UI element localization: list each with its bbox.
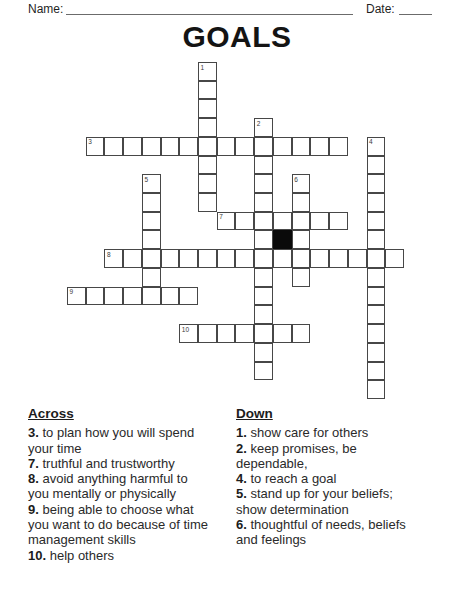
cell-r14c8[interactable] bbox=[217, 324, 236, 343]
cell-r11c16[interactable] bbox=[367, 268, 386, 287]
cell-r6c12[interactable]: 6 bbox=[292, 174, 311, 193]
cell-r13c10[interactable] bbox=[254, 305, 273, 324]
cell-r10c7[interactable] bbox=[198, 249, 217, 268]
cell-r16c16[interactable] bbox=[367, 362, 386, 381]
cell-r10c10[interactable] bbox=[254, 249, 273, 268]
cell-r8c9[interactable] bbox=[235, 212, 254, 231]
cell-r15c10[interactable] bbox=[254, 343, 273, 362]
cell-r4c11[interactable] bbox=[273, 137, 292, 156]
clue-number: 6. bbox=[236, 517, 247, 532]
down-clue-4: 4. to reach a goal bbox=[236, 471, 432, 486]
cell-r11c12[interactable] bbox=[292, 268, 311, 287]
cell-r3c7[interactable] bbox=[198, 118, 217, 137]
clue-text: to plan how you will spend your time bbox=[28, 425, 194, 455]
cell-r7c10[interactable] bbox=[254, 193, 273, 212]
cell-r9c10[interactable] bbox=[254, 230, 273, 249]
cell-r12c3[interactable] bbox=[123, 287, 142, 306]
cell-r8c8[interactable]: 7 bbox=[217, 212, 236, 231]
cell-r6c16[interactable] bbox=[367, 174, 386, 193]
cell-r12c16[interactable] bbox=[367, 287, 386, 306]
cell-number-8: 8 bbox=[107, 251, 111, 258]
cell-r10c3[interactable] bbox=[123, 249, 142, 268]
cell-r12c2[interactable] bbox=[104, 287, 123, 306]
clue-text: to reach a goal bbox=[247, 471, 337, 486]
cell-r7c12[interactable] bbox=[292, 193, 311, 212]
cell-r8c4[interactable] bbox=[142, 212, 161, 231]
cell-r10c11[interactable] bbox=[273, 249, 292, 268]
cell-r4c7[interactable] bbox=[198, 137, 217, 156]
cell-r4c8[interactable] bbox=[217, 137, 236, 156]
clue-number: 7. bbox=[28, 456, 39, 471]
across-clue-8: 8. avoid anything harmful to you mentall… bbox=[28, 471, 224, 502]
cell-r14c6[interactable]: 10 bbox=[179, 324, 198, 343]
cell-number-6: 6 bbox=[294, 176, 298, 183]
clue-number: 8. bbox=[28, 471, 39, 486]
across-clue-9: 9. being able to choose what you want to… bbox=[28, 502, 224, 548]
cell-r10c15[interactable] bbox=[348, 249, 367, 268]
cell-r11c4[interactable] bbox=[142, 268, 161, 287]
cell-r4c2[interactable] bbox=[104, 137, 123, 156]
cell-r4c13[interactable] bbox=[310, 137, 329, 156]
name-label: Name: bbox=[28, 2, 63, 16]
cell-r4c5[interactable] bbox=[161, 137, 180, 156]
cell-r10c4[interactable] bbox=[142, 249, 161, 268]
cell-r10c2[interactable]: 8 bbox=[104, 249, 123, 268]
across-heading: Across bbox=[28, 406, 224, 421]
clue-number: 9. bbox=[28, 502, 39, 517]
down-heading: Down bbox=[236, 406, 432, 421]
cell-r4c4[interactable] bbox=[142, 137, 161, 156]
date-fill-line[interactable] bbox=[399, 2, 432, 15]
cell-r12c1[interactable] bbox=[86, 287, 105, 306]
across-clue-10: 10. help others bbox=[28, 548, 224, 563]
clue-number: 5. bbox=[236, 486, 247, 501]
cell-r4c14[interactable] bbox=[329, 137, 348, 156]
across-clue-3: 3. to plan how you will spend your time bbox=[28, 425, 224, 456]
cell-r8c11[interactable] bbox=[273, 212, 292, 231]
clue-text: stand up for your beliefs; show determin… bbox=[236, 486, 393, 516]
cell-r10c13[interactable] bbox=[310, 249, 329, 268]
down-clue-5: 5. stand up for your beliefs; show deter… bbox=[236, 486, 432, 517]
across-clue-list: 3. to plan how you will spend your time7… bbox=[28, 425, 224, 563]
clue-number: 10. bbox=[28, 548, 46, 563]
cell-number-3: 3 bbox=[88, 138, 92, 145]
clue-number: 2. bbox=[236, 441, 247, 456]
cell-r17c16[interactable] bbox=[367, 380, 386, 399]
cell-r4c16[interactable]: 4 bbox=[367, 137, 386, 156]
cell-r10c12[interactable] bbox=[292, 249, 311, 268]
cell-number-5: 5 bbox=[144, 176, 148, 183]
cell-r9c4[interactable] bbox=[142, 230, 161, 249]
cell-r10c8[interactable] bbox=[217, 249, 236, 268]
cell-r10c14[interactable] bbox=[329, 249, 348, 268]
down-clue-2: 2. keep promises, be dependable, bbox=[236, 441, 432, 472]
cell-r8c13[interactable] bbox=[310, 212, 329, 231]
cell-r9c12[interactable] bbox=[292, 230, 311, 249]
cell-r9c16[interactable] bbox=[367, 230, 386, 249]
cell-r8c10[interactable] bbox=[254, 212, 273, 231]
down-clue-1: 1. show care for others bbox=[236, 425, 432, 440]
down-clue-6: 6. thoughtful of needs, beliefs and feel… bbox=[236, 517, 432, 548]
cell-r14c11[interactable] bbox=[273, 324, 292, 343]
cell-r1c7[interactable] bbox=[198, 81, 217, 100]
cell-r8c14[interactable] bbox=[329, 212, 348, 231]
down-clue-list: 1. show care for others2. keep promises,… bbox=[236, 425, 432, 547]
cell-r7c16[interactable] bbox=[367, 193, 386, 212]
cell-r10c9[interactable] bbox=[235, 249, 254, 268]
cell-number-2: 2 bbox=[257, 120, 261, 127]
name-fill-line[interactable] bbox=[66, 2, 353, 15]
cell-number-7: 7 bbox=[219, 213, 223, 220]
cell-r5c16[interactable] bbox=[367, 156, 386, 175]
cell-r4c9[interactable] bbox=[235, 137, 254, 156]
down-clues: Down 1. show care for others2. keep prom… bbox=[236, 406, 432, 548]
across-clue-7: 7. truthful and trustworthy bbox=[28, 456, 224, 471]
across-clues: Across 3. to plan how you will spend you… bbox=[28, 406, 224, 563]
cell-r12c5[interactable] bbox=[161, 287, 180, 306]
cell-r10c16[interactable] bbox=[367, 249, 386, 268]
clue-text: avoid anything harmful to you mentally o… bbox=[28, 471, 188, 501]
date-label: Date: bbox=[366, 2, 395, 16]
cell-r15c16[interactable] bbox=[367, 343, 386, 362]
cell-r8c16[interactable] bbox=[367, 212, 386, 231]
cell-r14c10[interactable] bbox=[254, 324, 273, 343]
page-title: GOALS bbox=[0, 20, 474, 54]
cell-number-9: 9 bbox=[70, 288, 74, 295]
cell-r12c10[interactable] bbox=[254, 287, 273, 306]
cell-r5c10[interactable] bbox=[254, 156, 273, 175]
cell-r14c9[interactable] bbox=[235, 324, 254, 343]
cell-r4c3[interactable] bbox=[123, 137, 142, 156]
black-cell-r9c11 bbox=[273, 230, 292, 249]
cell-r0c7[interactable]: 1 bbox=[198, 62, 217, 81]
cell-r4c6[interactable] bbox=[179, 137, 198, 156]
cell-number-10: 10 bbox=[182, 326, 189, 333]
cell-r3c10[interactable]: 2 bbox=[254, 118, 273, 137]
clue-text: show care for others bbox=[247, 425, 368, 440]
cell-r14c12[interactable] bbox=[292, 324, 311, 343]
cell-r10c5[interactable] bbox=[161, 249, 180, 268]
cell-r13c16[interactable] bbox=[367, 305, 386, 324]
clue-text: being able to choose what you want to do… bbox=[28, 502, 208, 548]
clue-text: help others bbox=[46, 548, 114, 563]
cell-r4c10[interactable] bbox=[254, 137, 273, 156]
clue-number: 3. bbox=[28, 425, 39, 440]
cell-r14c16[interactable] bbox=[367, 324, 386, 343]
cell-r2c7[interactable] bbox=[198, 99, 217, 118]
cell-r12c6[interactable] bbox=[179, 287, 198, 306]
clue-text: keep promises, be dependable, bbox=[236, 441, 357, 471]
clue-text: truthful and trustworthy bbox=[39, 456, 175, 471]
cell-r11c10[interactable] bbox=[254, 268, 273, 287]
cell-r6c7[interactable] bbox=[198, 174, 217, 193]
cell-r5c7[interactable] bbox=[198, 156, 217, 175]
cell-r14c7[interactable] bbox=[198, 324, 217, 343]
cell-r7c4[interactable] bbox=[142, 193, 161, 212]
cell-r16c10[interactable] bbox=[254, 362, 273, 381]
cell-r12c4[interactable] bbox=[142, 287, 161, 306]
cell-r8c12[interactable] bbox=[292, 212, 311, 231]
cell-r4c1[interactable]: 3 bbox=[86, 137, 105, 156]
cell-r10c17[interactable] bbox=[385, 249, 404, 268]
cell-r12c0[interactable]: 9 bbox=[67, 287, 86, 306]
cell-number-4: 4 bbox=[369, 138, 373, 145]
clue-number: 1. bbox=[236, 425, 247, 440]
cell-r4c12[interactable] bbox=[292, 137, 311, 156]
cell-r6c4[interactable]: 5 bbox=[142, 174, 161, 193]
cell-r10c6[interactable] bbox=[179, 249, 198, 268]
cell-r7c7[interactable] bbox=[198, 193, 217, 212]
clue-number: 4. bbox=[236, 471, 247, 486]
clue-text: thoughtful of needs, beliefs and feeling… bbox=[236, 517, 406, 547]
cell-r6c10[interactable] bbox=[254, 174, 273, 193]
cell-number-1: 1 bbox=[201, 64, 205, 71]
